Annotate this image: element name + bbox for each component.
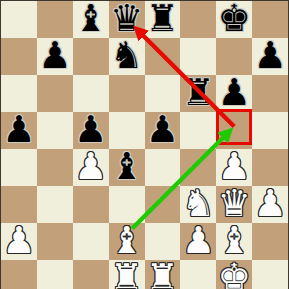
white-pawn-h3[interactable]: ♟: [253, 185, 286, 222]
black-bishop-c8[interactable]: ♝: [74, 0, 107, 37]
square-g5[interactable]: [216, 112, 252, 149]
square-h5[interactable]: [252, 112, 288, 149]
square-d1[interactable]: ♜: [109, 260, 145, 289]
square-h6[interactable]: [252, 75, 288, 112]
square-d5[interactable]: [109, 112, 145, 149]
white-pawn-a2[interactable]: ♟: [2, 222, 35, 259]
black-rook-e8[interactable]: ♜: [146, 0, 179, 37]
white-pawn-g4[interactable]: ♟: [218, 148, 251, 185]
square-d7[interactable]: ♞: [109, 38, 145, 75]
square-h7[interactable]: ♟: [252, 38, 288, 75]
white-pawn-c4[interactable]: ♟: [74, 148, 107, 185]
square-d8[interactable]: ♛: [109, 1, 145, 38]
square-b7[interactable]: ♟: [37, 38, 73, 75]
square-b4[interactable]: [37, 149, 73, 186]
square-e8[interactable]: ♜: [145, 1, 181, 38]
square-b2[interactable]: [37, 223, 73, 260]
square-h1[interactable]: [252, 260, 288, 289]
white-bishop-g2[interactable]: ♝: [218, 222, 251, 259]
square-c2[interactable]: [73, 223, 109, 260]
square-c8[interactable]: ♝: [73, 1, 109, 38]
black-pawn-a5[interactable]: ♟: [2, 111, 35, 148]
square-e4[interactable]: [145, 149, 181, 186]
square-a1[interactable]: [1, 260, 37, 289]
square-f4[interactable]: [180, 149, 216, 186]
board: ♝♛♜♚♟♞♟♜♟♟♟♟♟♝♟♞♛♟♟♝♟♝♜♜♚: [1, 1, 288, 288]
square-a4[interactable]: [1, 149, 37, 186]
square-a2[interactable]: ♟: [1, 223, 37, 260]
square-a6[interactable]: [1, 75, 37, 112]
black-pawn-g6[interactable]: ♟: [218, 74, 251, 111]
square-g4[interactable]: ♟: [216, 149, 252, 186]
white-king-g1[interactable]: ♚: [218, 259, 251, 289]
black-pawn-h7[interactable]: ♟: [253, 37, 286, 74]
square-f5[interactable]: [180, 112, 216, 149]
square-c3[interactable]: [73, 186, 109, 223]
black-pawn-b7[interactable]: ♟: [38, 37, 71, 74]
square-a3[interactable]: [1, 186, 37, 223]
square-e7[interactable]: [145, 38, 181, 75]
white-bishop-d2[interactable]: ♝: [110, 222, 143, 259]
chess-board-frame: ♝♛♜♚♟♞♟♜♟♟♟♟♟♝♟♞♛♟♟♝♟♝♜♜♚: [0, 0, 289, 289]
square-h2[interactable]: [252, 223, 288, 260]
square-h4[interactable]: [252, 149, 288, 186]
square-b1[interactable]: [37, 260, 73, 289]
square-e6[interactable]: [145, 75, 181, 112]
white-rook-d1[interactable]: ♜: [110, 259, 143, 289]
square-f3[interactable]: ♞: [180, 186, 216, 223]
square-a8[interactable]: [1, 1, 37, 38]
square-e2[interactable]: [145, 223, 181, 260]
black-pawn-e5[interactable]: ♟: [146, 111, 179, 148]
square-b8[interactable]: [37, 1, 73, 38]
square-g1[interactable]: ♚: [216, 260, 252, 289]
square-g8[interactable]: ♚: [216, 1, 252, 38]
white-queen-g3[interactable]: ♛: [218, 185, 251, 222]
square-f8[interactable]: [180, 1, 216, 38]
black-rook-f6[interactable]: ♜: [182, 74, 215, 111]
square-d2[interactable]: ♝: [109, 223, 145, 260]
square-f6[interactable]: ♜: [180, 75, 216, 112]
white-knight-f3[interactable]: ♞: [182, 185, 215, 222]
black-knight-d7[interactable]: ♞: [110, 37, 143, 74]
square-a7[interactable]: [1, 38, 37, 75]
white-rook-e1[interactable]: ♜: [146, 259, 179, 289]
square-e3[interactable]: [145, 186, 181, 223]
square-a5[interactable]: ♟: [1, 112, 37, 149]
square-b6[interactable]: [37, 75, 73, 112]
black-queen-d8[interactable]: ♛: [110, 0, 143, 37]
square-c6[interactable]: [73, 75, 109, 112]
square-g3[interactable]: ♛: [216, 186, 252, 223]
white-pawn-f2[interactable]: ♟: [182, 222, 215, 259]
square-g2[interactable]: ♝: [216, 223, 252, 260]
black-king-g8[interactable]: ♚: [218, 0, 251, 37]
square-c7[interactable]: [73, 38, 109, 75]
square-d6[interactable]: [109, 75, 145, 112]
black-pawn-c5[interactable]: ♟: [74, 111, 107, 148]
square-h3[interactable]: ♟: [252, 186, 288, 223]
square-b5[interactable]: [37, 112, 73, 149]
square-d4[interactable]: ♝: [109, 149, 145, 186]
square-b3[interactable]: [37, 186, 73, 223]
square-g6[interactable]: ♟: [216, 75, 252, 112]
square-c4[interactable]: ♟: [73, 149, 109, 186]
square-c1[interactable]: [73, 260, 109, 289]
square-e1[interactable]: ♜: [145, 260, 181, 289]
square-g7[interactable]: [216, 38, 252, 75]
square-e5[interactable]: ♟: [145, 112, 181, 149]
square-h8[interactable]: [252, 1, 288, 38]
square-f7[interactable]: [180, 38, 216, 75]
black-bishop-d4[interactable]: ♝: [110, 148, 143, 185]
square-d3[interactable]: [109, 186, 145, 223]
square-f1[interactable]: [180, 260, 216, 289]
square-f2[interactable]: ♟: [180, 223, 216, 260]
square-c5[interactable]: ♟: [73, 112, 109, 149]
